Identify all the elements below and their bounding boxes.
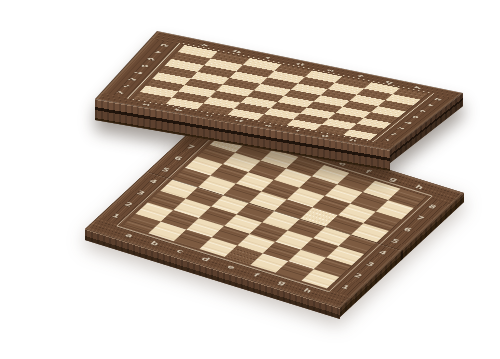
- square-c4: [216, 84, 254, 96]
- frame-right: [327, 197, 452, 297]
- file-label-front-g: g: [308, 130, 343, 140]
- board-edge-front: [85, 229, 340, 319]
- folded-board-edge-front: [95, 99, 390, 171]
- square-e3: [271, 102, 307, 113]
- rank-label-left-2: 2: [110, 194, 148, 213]
- rank-label-left-8: 8: [184, 125, 222, 144]
- file-label-front-d: d: [221, 115, 257, 126]
- board-edge-right: [340, 193, 464, 317]
- square-c5: [223, 78, 261, 90]
- square-f6: [312, 196, 350, 215]
- square-h5: [351, 223, 389, 242]
- square-a5: [173, 168, 211, 187]
- square-a8: [210, 133, 248, 152]
- square-d4: [237, 203, 275, 222]
- square-d2: [212, 226, 250, 245]
- square-g4: [336, 107, 371, 118]
- frame-left: [101, 38, 185, 98]
- rank-label-left-8: 8: [144, 38, 184, 52]
- square-h4: [339, 235, 377, 254]
- square-f2: [263, 242, 301, 261]
- rank-label-left-2: 2: [107, 80, 146, 92]
- frame-top: [197, 114, 464, 205]
- fold-seam: [147, 171, 403, 251]
- square-b6: [210, 164, 248, 183]
- square-b7: [204, 58, 243, 71]
- square-e6: [287, 188, 325, 207]
- file-label-back-b: b: [218, 45, 257, 58]
- square-d4: [247, 90, 284, 102]
- frame-bottom: [95, 93, 397, 150]
- rank-label-right-7: 7: [401, 208, 439, 227]
- file-label-back-a: a: [184, 38, 224, 52]
- file-label-front-c: c: [162, 241, 200, 260]
- rank-label-right-2: 2: [377, 129, 411, 139]
- rank-label-right-5: 5: [377, 231, 415, 250]
- rank-label-right-7: 7: [413, 100, 448, 111]
- rank-label-right-3: 3: [352, 254, 390, 273]
- square-e4: [262, 211, 300, 230]
- file-label-back-d: d: [281, 58, 319, 71]
- frame-left: [97, 125, 222, 225]
- square-c1: [174, 230, 212, 249]
- square-g7: [350, 192, 388, 211]
- board-field: [123, 133, 426, 288]
- rank-label-right-4: 4: [364, 243, 402, 262]
- square-b2: [172, 91, 210, 103]
- square-e5: [284, 90, 321, 102]
- square-b6: [197, 65, 236, 78]
- square-c6: [236, 172, 274, 191]
- file-label-front-g: g: [264, 273, 302, 292]
- square-a4: [160, 179, 198, 198]
- square-g6: [350, 95, 386, 106]
- square-g8: [363, 181, 401, 200]
- file-label-back-g: g: [371, 76, 407, 88]
- square-e1: [257, 114, 293, 125]
- square-a6: [185, 156, 223, 175]
- square-g5: [326, 215, 364, 234]
- square-h6: [363, 212, 401, 231]
- square-b1: [148, 222, 186, 241]
- square-b7: [223, 153, 261, 172]
- square-h7: [376, 200, 414, 219]
- rank-label-right-6: 6: [389, 220, 427, 239]
- file-label-back-h: h: [400, 82, 436, 94]
- file-label-front-e: e: [213, 257, 251, 276]
- rank-label-left-7: 7: [172, 137, 210, 156]
- rank-label-left-3: 3: [122, 183, 160, 202]
- rank-label-right-6: 6: [406, 106, 440, 117]
- fold-seam-edge: [401, 250, 403, 261]
- square-e6: [291, 83, 328, 95]
- square-g7: [357, 89, 393, 101]
- inlay-line: [127, 43, 434, 142]
- file-label-front-b: b: [160, 104, 197, 116]
- file-label-back-g: g: [375, 169, 413, 188]
- square-e4: [277, 96, 313, 108]
- square-g3: [301, 238, 339, 257]
- square-d5: [254, 84, 291, 96]
- square-a4: [152, 72, 191, 85]
- file-label-front-a: a: [111, 225, 149, 244]
- square-a7: [197, 145, 235, 164]
- folded-board: aabbccddeeffgghh1122334455667788: [0, 0, 500, 359]
- file-label-back-c: c: [250, 51, 289, 64]
- square-d3: [241, 97, 278, 109]
- frame-top: [150, 31, 463, 99]
- file-label-back-d: d: [299, 146, 337, 165]
- folded-board-surface: aabbccddeeffgghh1122334455667788: [95, 31, 463, 150]
- square-f8: [335, 76, 372, 88]
- square-f1: [250, 253, 288, 272]
- square-g6: [338, 204, 376, 223]
- square-h5: [371, 106, 406, 117]
- square-d8: [286, 157, 324, 176]
- square-f1: [287, 119, 322, 130]
- square-d6: [261, 180, 299, 199]
- rank-label-left-5: 5: [147, 160, 185, 179]
- square-g8: [364, 82, 400, 94]
- rank-label-left-6: 6: [159, 148, 197, 167]
- square-c4: [211, 195, 249, 214]
- frame-bottom: [85, 217, 352, 308]
- square-a7: [171, 52, 211, 65]
- square-g5: [343, 101, 378, 112]
- rank-label-right-1: 1: [327, 277, 365, 296]
- square-e2: [237, 234, 275, 253]
- file-label-front-f: f: [280, 125, 315, 136]
- file-label-front-f: f: [238, 265, 276, 284]
- square-d7: [267, 71, 305, 83]
- square-d5: [249, 192, 287, 211]
- square-a1: [134, 92, 172, 104]
- square-c5: [224, 184, 262, 203]
- square-a3: [146, 79, 185, 91]
- square-a5: [158, 66, 197, 79]
- rank-label-right-4: 4: [391, 117, 425, 128]
- square-h7: [385, 94, 420, 105]
- square-b5: [191, 72, 229, 85]
- square-h1: [301, 269, 339, 288]
- file-label-back-f: f: [342, 70, 379, 82]
- square-f6: [321, 89, 357, 101]
- square-d1: [199, 238, 237, 257]
- square-d3: [224, 215, 262, 234]
- square-f3: [300, 108, 336, 119]
- square-c8: [261, 149, 299, 168]
- square-a8: [178, 45, 218, 58]
- square-h8: [393, 88, 428, 100]
- rank-label-right-2: 2: [339, 266, 377, 285]
- square-f2: [293, 113, 328, 124]
- square-a2: [140, 86, 178, 98]
- file-label-back-f: f: [350, 161, 388, 180]
- square-d7: [274, 169, 312, 188]
- rank-label-right-5: 5: [398, 111, 432, 122]
- rank-label-left-4: 4: [135, 171, 173, 190]
- file-label-back-a: a: [222, 122, 260, 141]
- file-label-back-b: b: [248, 130, 286, 149]
- square-h4: [364, 112, 399, 123]
- square-d6: [261, 77, 298, 89]
- chessboards-product-photo: aabbccddeeffgghh1122334455667788 aabbccd…: [0, 0, 500, 359]
- square-c8: [243, 58, 281, 71]
- square-c1: [197, 103, 234, 115]
- square-a6: [165, 59, 204, 72]
- rank-label-left-4: 4: [119, 66, 159, 79]
- square-e1: [225, 245, 263, 264]
- square-e8: [312, 165, 350, 184]
- rank-label-right-3: 3: [384, 123, 418, 134]
- file-label-front-a: a: [128, 98, 166, 110]
- square-b8: [235, 141, 273, 160]
- square-c7: [236, 65, 274, 78]
- square-f4: [288, 219, 326, 238]
- square-c7: [248, 161, 286, 180]
- square-f7: [325, 184, 363, 203]
- square-e2: [264, 108, 300, 119]
- square-f3: [275, 230, 313, 249]
- rank-label-left-5: 5: [125, 59, 165, 72]
- square-a1: [123, 214, 161, 233]
- frame-right: [370, 94, 455, 145]
- unfolded-board-surface: aabbccddeeffgghh1122334455667788: [85, 114, 464, 308]
- square-c2: [203, 97, 240, 109]
- rank-label-right-8: 8: [414, 197, 452, 216]
- square-b4: [185, 78, 223, 90]
- square-c2: [186, 218, 224, 237]
- square-g4: [313, 227, 351, 246]
- rank-label-left-6: 6: [131, 52, 171, 65]
- square-b4: [186, 187, 224, 206]
- square-e3: [250, 223, 288, 242]
- file-label-front-e: e: [251, 120, 287, 131]
- square-f4: [307, 101, 343, 112]
- rank-label-left-1: 1: [97, 206, 135, 225]
- rank-label-left-3: 3: [113, 73, 152, 86]
- square-b3: [173, 199, 211, 218]
- square-d1: [228, 109, 264, 120]
- inlay-line: [116, 130, 433, 292]
- file-label-front-d: d: [187, 249, 225, 268]
- square-g1: [315, 124, 350, 135]
- square-b5: [198, 176, 236, 195]
- board-field: [134, 45, 428, 140]
- square-f7: [328, 83, 364, 95]
- square-e5: [275, 200, 313, 219]
- square-a3: [148, 191, 186, 210]
- file-label-front-h: h: [336, 135, 370, 145]
- square-b3: [178, 85, 216, 97]
- folded-board-edge-right: [390, 93, 463, 163]
- rank-label-left-7: 7: [138, 45, 178, 59]
- square-g1: [276, 261, 314, 280]
- file-label-front-h: h: [289, 281, 327, 300]
- rank-label-right-1: 1: [370, 134, 404, 144]
- square-h3: [357, 118, 392, 129]
- square-e7: [298, 77, 335, 89]
- file-label-back-e: e: [324, 154, 362, 173]
- square-g2: [322, 119, 357, 130]
- square-g3: [329, 113, 364, 124]
- square-a2: [135, 202, 173, 221]
- square-h1: [343, 129, 377, 139]
- square-h2: [314, 258, 352, 277]
- square-e7: [299, 177, 337, 196]
- square-h8: [388, 189, 426, 208]
- square-d8: [274, 64, 312, 77]
- square-f5: [314, 95, 350, 107]
- square-c3: [210, 91, 247, 103]
- square-f5: [300, 207, 338, 226]
- square-b8: [211, 52, 250, 65]
- square-c3: [199, 207, 237, 226]
- square-f8: [337, 173, 375, 192]
- square-b2: [161, 210, 199, 229]
- file-label-front-b: b: [136, 233, 174, 252]
- square-e8: [305, 70, 342, 82]
- square-h2: [350, 124, 384, 135]
- square-d2: [234, 103, 271, 114]
- rank-label-left-1: 1: [101, 86, 140, 98]
- square-h6: [378, 100, 413, 111]
- unfolded-board: aabbccddeeffgghh1122334455667788: [0, 0, 500, 359]
- file-label-front-c: c: [191, 109, 228, 120]
- rank-label-right-8: 8: [420, 94, 455, 105]
- square-g2: [288, 250, 326, 269]
- square-c6: [229, 71, 267, 83]
- file-label-back-c: c: [273, 138, 311, 157]
- square-b1: [166, 98, 204, 110]
- square-h3: [326, 246, 364, 265]
- file-label-back-h: h: [401, 177, 439, 196]
- file-label-back-e: e: [312, 64, 349, 77]
